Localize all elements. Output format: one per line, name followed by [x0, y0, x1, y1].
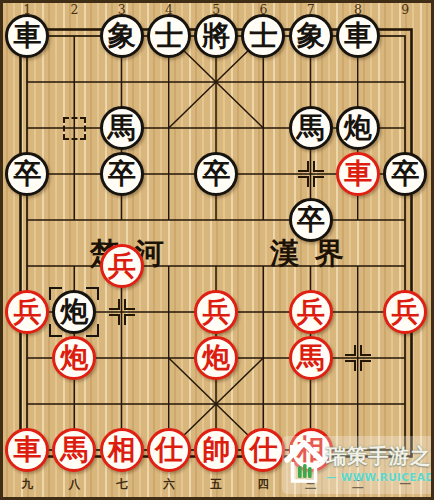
- last-move-highlight: [49, 287, 99, 337]
- black-soldier[interactable]: 卒: [5, 152, 49, 196]
- file-label: 五: [193, 476, 240, 492]
- red-soldier[interactable]: 兵: [194, 290, 238, 334]
- red-advisor[interactable]: 仕: [241, 428, 285, 472]
- black-soldier[interactable]: 卒: [289, 198, 333, 242]
- black-horse[interactable]: 馬: [100, 106, 144, 150]
- xiangqi-board: 123456789 九八七六五四三二一 楚河 漢界 車象士將士象車馬馬炮卒卒卒車…: [0, 0, 434, 500]
- black-soldier[interactable]: 卒: [100, 152, 144, 196]
- red-cannon[interactable]: 炮: [52, 336, 96, 380]
- cannon-point-marker: [345, 345, 371, 371]
- black-soldier[interactable]: 卒: [194, 152, 238, 196]
- red-horse[interactable]: 馬: [52, 428, 96, 472]
- black-horse[interactable]: 馬: [289, 106, 333, 150]
- file-label: 六: [145, 476, 192, 492]
- site-name: 瑞策手游之家: [326, 442, 434, 470]
- black-elephant[interactable]: 象: [100, 14, 144, 58]
- red-chariot[interactable]: 車: [5, 428, 49, 472]
- red-king[interactable]: 帥: [194, 428, 238, 472]
- black-chariot[interactable]: 車: [336, 14, 380, 58]
- black-chariot[interactable]: 車: [5, 14, 49, 58]
- black-cannon[interactable]: 炮: [52, 290, 96, 334]
- file-label: 九: [4, 476, 51, 492]
- file-label: 四: [240, 476, 287, 492]
- soldier-point-marker: [109, 299, 135, 325]
- red-advisor[interactable]: 仕: [147, 428, 191, 472]
- black-advisor[interactable]: 士: [147, 14, 191, 58]
- house-logo-icon: [284, 438, 324, 486]
- red-soldier[interactable]: 兵: [289, 290, 333, 334]
- file-label: 八: [51, 476, 98, 492]
- red-elephant[interactable]: 相: [100, 428, 144, 472]
- red-soldier[interactable]: 兵: [5, 290, 49, 334]
- black-cannon[interactable]: 炮: [336, 106, 380, 150]
- site-watermark: 瑞策手游之家 — WWW.RUICEAD.COM —: [284, 438, 434, 486]
- black-soldier[interactable]: 卒: [383, 152, 427, 196]
- soldier-point-marker: [298, 161, 324, 187]
- red-horse[interactable]: 馬: [289, 336, 333, 380]
- red-cannon[interactable]: 炮: [194, 336, 238, 380]
- board-intersections[interactable]: 車象士將士象車馬馬炮卒卒卒車卒卒兵兵炮兵兵兵炮炮馬車馬相仕帥仕相: [4, 13, 429, 473]
- red-soldier[interactable]: 兵: [383, 290, 427, 334]
- site-url: — WWW.RUICEAD.COM —: [326, 471, 434, 483]
- last-move-origin-marker: [63, 117, 86, 140]
- black-advisor[interactable]: 士: [241, 14, 285, 58]
- red-chariot[interactable]: 車: [336, 152, 380, 196]
- file-label: 七: [98, 476, 145, 492]
- black-general[interactable]: 將: [194, 14, 238, 58]
- red-soldier[interactable]: 兵: [100, 244, 144, 288]
- black-elephant[interactable]: 象: [289, 14, 333, 58]
